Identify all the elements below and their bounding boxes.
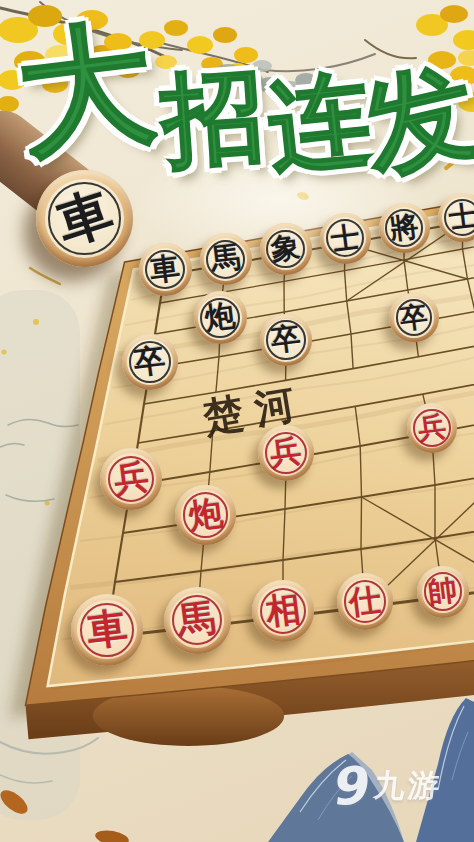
piece-glyph: 馬: [209, 238, 243, 281]
screen: 楚河 大 招 连 发 車 9 九游 車馬象士將士炮卒卒卒兵兵兵炮車馬相仕帥: [0, 0, 474, 842]
nine-game-logo: 9 九游: [334, 760, 442, 812]
piece-red-f2-r8[interactable]: 炮: [175, 485, 236, 546]
piece-black-f3-r1[interactable]: 象: [260, 223, 312, 275]
piece-red-f5-r7[interactable]: 兵: [407, 403, 457, 453]
piece-glyph: 卒: [398, 298, 430, 338]
piece-glyph: 將: [388, 207, 421, 248]
piece-glyph: 士: [329, 217, 362, 259]
piece-face: 相: [258, 585, 309, 636]
piece-glyph: 炮: [186, 490, 225, 540]
piece-red-f2-r10[interactable]: 馬: [164, 587, 231, 654]
xiangqi-board[interactable]: 楚河: [0, 0, 474, 842]
piece-glyph: 仕: [347, 578, 384, 625]
piece-face: 卒: [394, 298, 434, 338]
piece-face: 炮: [181, 490, 231, 540]
piece-black-f1-r1[interactable]: 車: [139, 243, 192, 296]
piece-face: 車: [77, 600, 136, 659]
piece-face: 象: [265, 228, 307, 270]
piece-glyph: 士: [446, 197, 474, 238]
piece-face: 仕: [342, 578, 389, 625]
piece-black-f5-r4[interactable]: 卒: [389, 293, 438, 342]
piece-red-f4-r10[interactable]: 仕: [337, 573, 394, 630]
piece-glyph: 炮: [203, 295, 238, 339]
piece-red-f5-r10[interactable]: 帥: [417, 566, 469, 618]
piece-face: 兵: [411, 407, 452, 448]
nine-game-mark-icon: 9: [331, 759, 374, 813]
chariot-glyph: 車: [48, 175, 122, 261]
piece-face: 車: [45, 179, 125, 259]
piece-glyph: 兵: [268, 431, 304, 477]
piece-face: 將: [384, 207, 425, 248]
piece-glyph: 相: [263, 586, 303, 636]
piece-face: 兵: [106, 453, 157, 504]
piece-face: 士: [324, 217, 366, 259]
piece-glyph: 卒: [269, 318, 303, 361]
piece-face: 車: [143, 248, 186, 291]
piece-face: 馬: [170, 593, 225, 648]
piece-glyph: 卒: [132, 340, 168, 386]
piece-black-f4-r1[interactable]: 士: [320, 213, 371, 264]
piece-glyph: 兵: [111, 454, 151, 504]
piece-face: 卒: [127, 339, 173, 385]
piece-face: 馬: [204, 238, 247, 281]
piece-red-f1-r10[interactable]: 車: [71, 594, 143, 666]
piece-glyph: 車: [84, 600, 131, 660]
decorative-chariot-piece: 車: [36, 170, 133, 267]
piece-glyph: 帥: [426, 570, 460, 613]
piece-face: 帥: [422, 571, 464, 613]
piece-red-f3-r10[interactable]: 相: [252, 580, 314, 642]
piece-red-f1-r7[interactable]: 兵: [100, 448, 162, 510]
piece-face: 卒: [264, 319, 307, 362]
piece-glyph: 車: [148, 248, 182, 292]
piece-black-f1-r4[interactable]: 卒: [122, 334, 178, 390]
piece-black-f5-r1[interactable]: 將: [379, 203, 430, 254]
piece-glyph: 兵: [416, 407, 449, 448]
piece-black-f2-r1[interactable]: 馬: [200, 233, 252, 285]
piece-face: 兵: [263, 430, 309, 476]
piece-face: 士: [442, 197, 474, 238]
piece-glyph: 象: [269, 227, 303, 270]
nine-game-text: 九游: [372, 765, 444, 807]
piece-face: 炮: [198, 296, 242, 340]
piece-glyph: 馬: [175, 593, 218, 647]
